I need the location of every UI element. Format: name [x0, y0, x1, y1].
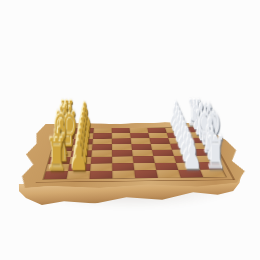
chess-piece-gold-r: ♜ [44, 171, 68, 179]
chess-piece-glyph: ♜ [205, 131, 223, 175]
perspective-wrapper: ♜♟♟♜♞♟♟♞♝♟♟♝♛♟♟♛♚♟♟♚♝♟♟♝♞♟♟♞♜♟♟♜ [0, 0, 260, 260]
product-photo-chess-set: ♜♟♟♜♞♟♟♞♝♟♟♝♛♟♟♛♚♟♟♚♝♟♟♝♞♟♟♞♜♟♟♜ [0, 0, 260, 260]
chess-piece-silver-p: ♟ [178, 170, 203, 178]
chess-piece-glyph: ♟ [183, 135, 201, 176]
inlay-groove-near [36, 179, 235, 182]
board-plane: ♜♟♟♜♞♟♟♞♝♟♟♝♛♟♟♛♚♟♟♚♝♟♟♝♞♟♟♞♜♟♟♜ [12, 122, 258, 189]
pieces-layer: ♜♟♟♜♞♟♟♞♝♟♟♝♛♟♟♛♚♟♟♚♝♟♟♝♞♟♟♞♜♟♟♜ [44, 127, 226, 179]
chess-piece-gold-p: ♟ [67, 171, 91, 179]
chess-piece-silver-r: ♜ [200, 169, 226, 177]
chess-piece-glyph: ♟ [69, 136, 87, 177]
chess-piece-glyph: ♜ [46, 133, 64, 178]
